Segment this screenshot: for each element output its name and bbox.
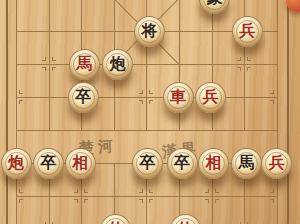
piece-character: 相 [72, 155, 88, 171]
position-marker [237, 67, 241, 71]
position-marker [19, 189, 23, 193]
piece-character: 相 [206, 155, 222, 171]
position-marker [247, 222, 251, 224]
position-marker [149, 100, 153, 104]
position-marker [42, 222, 46, 224]
piece-character: 炮 [110, 56, 126, 72]
piece-red-horse[interactable]: 馬 [69, 49, 100, 80]
position-marker [139, 100, 143, 104]
piece-character: 車 [170, 89, 186, 105]
piece-black-pawn[interactable]: 卒 [132, 148, 163, 179]
position-marker [74, 189, 78, 193]
position-marker [270, 100, 274, 104]
position-marker [52, 57, 56, 61]
piece-character: 兵 [239, 23, 255, 39]
piece-black-horse[interactable]: 馬 [231, 148, 262, 179]
piece-character: 象 [207, 0, 223, 6]
position-marker [52, 67, 56, 71]
piece-character: 卒 [174, 155, 190, 171]
position-marker [237, 222, 241, 224]
position-marker [42, 57, 46, 61]
grid-line [16, 130, 277, 131]
piece-character: 兵 [203, 89, 219, 105]
piece-character: 卒 [75, 89, 91, 105]
position-marker [84, 189, 88, 193]
piece-red-chariot[interactable]: 車 [163, 82, 194, 113]
position-marker [247, 57, 251, 61]
position-marker [19, 199, 23, 203]
piece-character: 仕 [177, 221, 193, 224]
grid-line [16, 0, 17, 224]
piece-black-cannon[interactable]: 炮 [102, 49, 133, 80]
grid-line [49, 0, 50, 130]
position-marker [149, 90, 153, 94]
piece-character: 馬 [238, 155, 254, 171]
position-marker [19, 100, 23, 104]
piece-red-pawn[interactable]: 兵 [261, 148, 292, 179]
piece-red-pawn[interactable]: 兵 [232, 16, 263, 47]
piece-character: 兵 [269, 155, 285, 171]
position-marker [84, 199, 88, 203]
piece-character: 卒 [41, 155, 57, 171]
position-marker [237, 57, 241, 61]
position-marker [270, 90, 274, 94]
position-marker [270, 189, 274, 193]
position-marker [215, 189, 219, 193]
position-marker [149, 199, 153, 203]
position-marker [19, 90, 23, 94]
piece-character: 仕 [108, 221, 124, 224]
position-marker [247, 67, 251, 71]
piece-black-general[interactable]: 将 [134, 16, 165, 47]
xiangqi-board[interactable]: 楚河 漢界 象将兵馬炮卒車兵炮卒相卒卒相馬兵仕仕 [0, 0, 300, 224]
piece-character: 馬 [76, 56, 92, 72]
position-marker [52, 222, 56, 224]
grid-line [277, 0, 278, 224]
piece-character: 将 [141, 23, 157, 39]
position-marker [270, 199, 274, 203]
piece-character: 卒 [139, 155, 155, 171]
position-marker [139, 189, 143, 193]
position-marker [139, 90, 143, 94]
position-marker [139, 199, 143, 203]
piece-black-pawn[interactable]: 卒 [68, 82, 99, 113]
piece-black-pawn[interactable]: 卒 [167, 148, 198, 179]
position-marker [74, 199, 78, 203]
piece-character: 炮 [8, 155, 24, 171]
piece-black-pawn[interactable]: 卒 [33, 148, 64, 179]
position-marker [42, 67, 46, 71]
position-marker [215, 199, 219, 203]
position-marker [205, 189, 209, 193]
position-marker [149, 189, 153, 193]
piece-red-cannon[interactable]: 炮 [1, 148, 32, 179]
piece-red-elephant[interactable]: 相 [198, 148, 229, 179]
piece-red-pawn[interactable]: 兵 [195, 82, 226, 113]
position-marker [205, 199, 209, 203]
piece-red-elephant[interactable]: 相 [65, 148, 96, 179]
